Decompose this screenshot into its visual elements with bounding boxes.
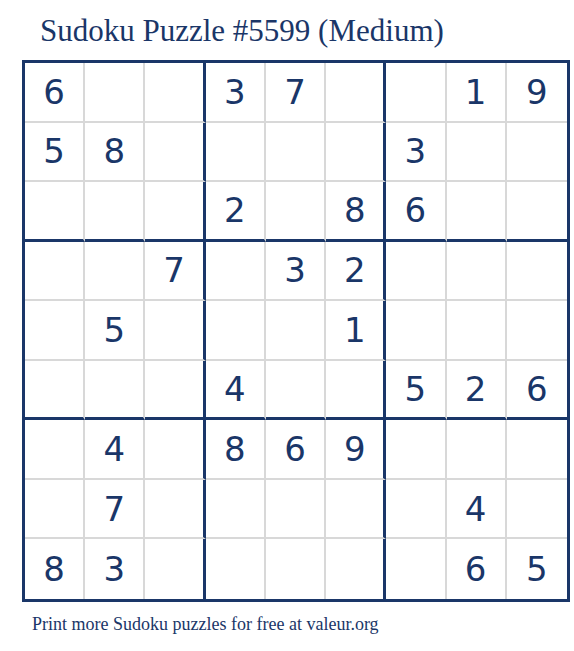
cell-r2c3[interactable] (145, 123, 205, 183)
cell-r5c3[interactable] (145, 301, 205, 361)
cell-r2c4[interactable] (206, 123, 266, 183)
cell-r5c8[interactable] (447, 301, 507, 361)
cell-r1c6[interactable] (326, 63, 386, 123)
cell-r4c2[interactable] (85, 242, 145, 302)
cell-r9c4[interactable] (206, 539, 266, 599)
cell-r4c4[interactable] (206, 242, 266, 302)
cell-r6c4[interactable]: 4 (206, 361, 266, 421)
cell-r5c7[interactable] (386, 301, 446, 361)
cell-r3c4[interactable]: 2 (206, 182, 266, 242)
cell-r1c7[interactable] (386, 63, 446, 123)
cell-r6c3[interactable] (145, 361, 205, 421)
cell-r1c4[interactable]: 3 (206, 63, 266, 123)
cell-r2c6[interactable] (326, 123, 386, 183)
cell-r9c6[interactable] (326, 539, 386, 599)
sudoku-page: Sudoku Puzzle #5599 (Medium) 63719583286… (0, 0, 574, 651)
cell-r9c3[interactable] (145, 539, 205, 599)
cell-r1c9[interactable]: 9 (507, 63, 567, 123)
cell-r7c8[interactable] (447, 420, 507, 480)
cell-r7c7[interactable] (386, 420, 446, 480)
cell-r5c4[interactable] (206, 301, 266, 361)
cell-r6c1[interactable] (25, 361, 85, 421)
cell-r3c5[interactable] (266, 182, 326, 242)
cell-r7c6[interactable]: 9 (326, 420, 386, 480)
cell-r4c8[interactable] (447, 242, 507, 302)
cell-r8c8[interactable]: 4 (447, 480, 507, 540)
cell-r9c5[interactable] (266, 539, 326, 599)
cell-r1c5[interactable]: 7 (266, 63, 326, 123)
cell-r6c8[interactable]: 2 (447, 361, 507, 421)
cell-r4c1[interactable] (25, 242, 85, 302)
cell-r4c7[interactable] (386, 242, 446, 302)
cell-r1c2[interactable] (85, 63, 145, 123)
cell-r6c2[interactable] (85, 361, 145, 421)
cell-r3c7[interactable]: 6 (386, 182, 446, 242)
cell-r7c5[interactable]: 6 (266, 420, 326, 480)
cell-r3c8[interactable] (447, 182, 507, 242)
cell-r5c1[interactable] (25, 301, 85, 361)
cell-r9c2[interactable]: 3 (85, 539, 145, 599)
cell-r4c9[interactable] (507, 242, 567, 302)
cell-r3c6[interactable]: 8 (326, 182, 386, 242)
cell-r8c5[interactable] (266, 480, 326, 540)
cell-r9c9[interactable]: 5 (507, 539, 567, 599)
cell-r8c9[interactable] (507, 480, 567, 540)
cell-r5c6[interactable]: 1 (326, 301, 386, 361)
cell-r2c8[interactable] (447, 123, 507, 183)
cell-r3c2[interactable] (85, 182, 145, 242)
cell-r6c7[interactable]: 5 (386, 361, 446, 421)
cell-r4c5[interactable]: 3 (266, 242, 326, 302)
cell-r8c7[interactable] (386, 480, 446, 540)
cell-r9c8[interactable]: 6 (447, 539, 507, 599)
cell-r5c9[interactable] (507, 301, 567, 361)
cell-r1c1[interactable]: 6 (25, 63, 85, 123)
cell-r7c9[interactable] (507, 420, 567, 480)
cell-r7c3[interactable] (145, 420, 205, 480)
cell-r5c2[interactable]: 5 (85, 301, 145, 361)
cell-r7c1[interactable] (25, 420, 85, 480)
cell-r6c5[interactable] (266, 361, 326, 421)
cell-r2c9[interactable] (507, 123, 567, 183)
cell-r6c9[interactable]: 6 (507, 361, 567, 421)
cell-r8c4[interactable] (206, 480, 266, 540)
cell-r8c3[interactable] (145, 480, 205, 540)
cell-r2c2[interactable]: 8 (85, 123, 145, 183)
cell-r9c1[interactable]: 8 (25, 539, 85, 599)
cell-r2c7[interactable]: 3 (386, 123, 446, 183)
cell-r7c4[interactable]: 8 (206, 420, 266, 480)
cell-r8c1[interactable] (25, 480, 85, 540)
cell-r8c2[interactable]: 7 (85, 480, 145, 540)
sudoku-board: 637195832867325145264869748365 (22, 60, 570, 602)
cell-r5c5[interactable] (266, 301, 326, 361)
cell-r4c6[interactable]: 2 (326, 242, 386, 302)
page-title: Sudoku Puzzle #5599 (Medium) (40, 12, 444, 49)
cell-r2c1[interactable]: 5 (25, 123, 85, 183)
cell-r8c6[interactable] (326, 480, 386, 540)
cell-r3c1[interactable] (25, 182, 85, 242)
cell-r9c7[interactable] (386, 539, 446, 599)
cell-r3c9[interactable] (507, 182, 567, 242)
cell-r6c6[interactable] (326, 361, 386, 421)
cell-r7c2[interactable]: 4 (85, 420, 145, 480)
cell-r2c5[interactable] (266, 123, 326, 183)
cell-r3c3[interactable] (145, 182, 205, 242)
cell-r1c8[interactable]: 1 (447, 63, 507, 123)
cell-r1c3[interactable] (145, 63, 205, 123)
cell-r4c3[interactable]: 7 (145, 242, 205, 302)
footer-text: Print more Sudoku puzzles for free at va… (32, 614, 379, 635)
